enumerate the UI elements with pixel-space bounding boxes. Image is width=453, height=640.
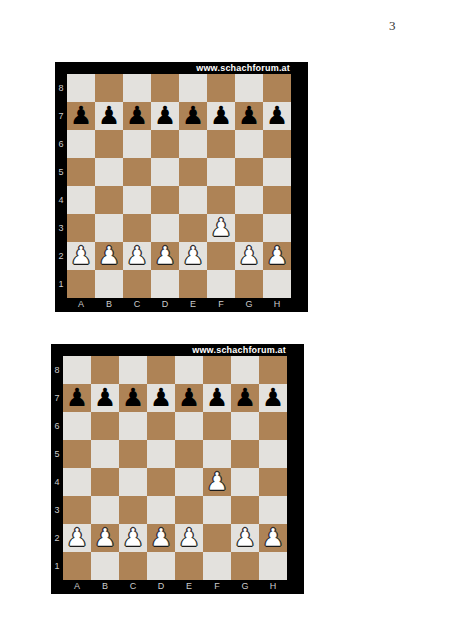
square-h8: [263, 74, 291, 102]
square-e1: [179, 270, 207, 298]
white-pawn-b2: ♟: [94, 524, 116, 552]
white-pawn-e2: ♟: [182, 242, 204, 270]
file-labels: ABCDEFGH: [63, 580, 287, 594]
white-pawn-f4: ♟: [206, 468, 228, 496]
square-g7: ♟: [231, 384, 259, 412]
white-pawn-f3: ♟: [210, 214, 232, 242]
black-pawn-e7: ♟: [182, 102, 204, 130]
square-b5: [95, 158, 123, 186]
square-a3: [63, 496, 91, 524]
square-c3: [119, 496, 147, 524]
white-pawn-d2: ♟: [150, 524, 172, 552]
square-f7: ♟: [207, 102, 235, 130]
file-label-g: G: [235, 298, 263, 312]
square-e3: [175, 496, 203, 524]
file-label-b: B: [95, 298, 123, 312]
square-f8: [203, 356, 231, 384]
square-d2: ♟: [151, 242, 179, 270]
square-g3: [235, 214, 263, 242]
file-label-c: C: [123, 298, 151, 312]
square-f8: [207, 74, 235, 102]
square-d5: [151, 158, 179, 186]
rank-label-5: 5: [55, 158, 67, 186]
square-f4: ♟: [203, 468, 231, 496]
square-b1: [91, 552, 119, 580]
square-b2: ♟: [95, 242, 123, 270]
square-a2: ♟: [63, 524, 91, 552]
square-a4: [63, 468, 91, 496]
square-h1: [259, 552, 287, 580]
square-f5: [207, 158, 235, 186]
square-e5: [175, 440, 203, 468]
rank-label-1: 1: [55, 270, 67, 298]
square-c1: [123, 270, 151, 298]
file-label-a: A: [67, 298, 95, 312]
black-pawn-g7: ♟: [234, 384, 256, 412]
square-b7: ♟: [91, 384, 119, 412]
square-b5: [91, 440, 119, 468]
square-h7: ♟: [259, 384, 287, 412]
rank-label-8: 8: [55, 74, 67, 102]
square-f1: [203, 552, 231, 580]
square-e4: [179, 186, 207, 214]
square-b1: [95, 270, 123, 298]
square-d4: [147, 468, 175, 496]
square-f6: [207, 130, 235, 158]
square-d7: ♟: [151, 102, 179, 130]
black-pawn-h7: ♟: [266, 102, 288, 130]
square-e8: [179, 74, 207, 102]
page-number: 3: [389, 18, 396, 34]
square-d1: [147, 552, 175, 580]
square-a1: [67, 270, 95, 298]
square-c4: [123, 186, 151, 214]
black-pawn-d7: ♟: [150, 384, 172, 412]
rank-label-4: 4: [51, 468, 63, 496]
black-pawn-a7: ♟: [70, 102, 92, 130]
white-pawn-h2: ♟: [262, 524, 284, 552]
square-h5: [259, 440, 287, 468]
file-label-a: A: [63, 580, 91, 594]
square-h6: [259, 412, 287, 440]
square-h6: [263, 130, 291, 158]
rank-label-5: 5: [51, 440, 63, 468]
square-g1: [231, 552, 259, 580]
rank-label-1: 1: [51, 552, 63, 580]
square-f3: ♟: [207, 214, 235, 242]
file-labels: ABCDEFGH: [67, 298, 291, 312]
square-g6: [231, 412, 259, 440]
square-d4: [151, 186, 179, 214]
square-d7: ♟: [147, 384, 175, 412]
white-pawn-g2: ♟: [238, 242, 260, 270]
square-h3: [263, 214, 291, 242]
square-e1: [175, 552, 203, 580]
square-f6: [203, 412, 231, 440]
square-b6: [95, 130, 123, 158]
square-d8: [151, 74, 179, 102]
chess-board-diagram-1: www.schachforum.at 87654321 ♟♟♟♟♟♟♟♟♟♟♟♟…: [55, 62, 308, 312]
file-label-h: H: [259, 580, 287, 594]
square-d2: ♟: [147, 524, 175, 552]
square-a5: [67, 158, 95, 186]
square-e2: ♟: [179, 242, 207, 270]
rank-label-6: 6: [55, 130, 67, 158]
file-label-f: F: [203, 580, 231, 594]
square-b7: ♟: [95, 102, 123, 130]
square-f1: [207, 270, 235, 298]
square-d3: [147, 496, 175, 524]
square-b2: ♟: [91, 524, 119, 552]
black-pawn-h7: ♟: [262, 384, 284, 412]
rank-labels: 87654321: [55, 74, 67, 298]
square-b8: [91, 356, 119, 384]
square-a2: ♟: [67, 242, 95, 270]
square-b6: [91, 412, 119, 440]
black-pawn-e7: ♟: [178, 384, 200, 412]
square-h3: [259, 496, 287, 524]
rank-label-2: 2: [55, 242, 67, 270]
square-d6: [147, 412, 175, 440]
square-g5: [235, 158, 263, 186]
white-pawn-e2: ♟: [178, 524, 200, 552]
square-a6: [63, 412, 91, 440]
square-a4: [67, 186, 95, 214]
square-c6: [123, 130, 151, 158]
black-pawn-a7: ♟: [66, 384, 88, 412]
square-f4: [207, 186, 235, 214]
square-b8: [95, 74, 123, 102]
square-g8: [235, 74, 263, 102]
file-label-d: D: [147, 580, 175, 594]
square-h5: [263, 158, 291, 186]
rank-label-7: 7: [51, 384, 63, 412]
square-d3: [151, 214, 179, 242]
document-page: 3 www.schachforum.at 87654321 ♟♟♟♟♟♟♟♟♟♟…: [0, 0, 453, 640]
square-g2: ♟: [235, 242, 263, 270]
rank-label-7: 7: [55, 102, 67, 130]
square-e6: [175, 412, 203, 440]
rank-label-2: 2: [51, 524, 63, 552]
square-b4: [95, 186, 123, 214]
black-pawn-d7: ♟: [154, 102, 176, 130]
square-h7: ♟: [263, 102, 291, 130]
square-e8: [175, 356, 203, 384]
square-e6: [179, 130, 207, 158]
square-h4: [263, 186, 291, 214]
white-pawn-c2: ♟: [126, 242, 148, 270]
square-d8: [147, 356, 175, 384]
black-pawn-b7: ♟: [94, 384, 116, 412]
square-e7: ♟: [179, 102, 207, 130]
square-g2: ♟: [231, 524, 259, 552]
square-c5: [123, 158, 151, 186]
rank-label-8: 8: [51, 356, 63, 384]
square-c7: ♟: [119, 384, 147, 412]
chess-board-diagram-2: www.schachforum.at 87654321 ♟♟♟♟♟♟♟♟♟♟♟♟…: [51, 344, 304, 594]
file-label-e: E: [179, 298, 207, 312]
square-a6: [67, 130, 95, 158]
black-pawn-g7: ♟: [238, 102, 260, 130]
white-pawn-g2: ♟: [234, 524, 256, 552]
square-c8: [123, 74, 151, 102]
square-a8: [67, 74, 95, 102]
square-c3: [123, 214, 151, 242]
square-c2: ♟: [119, 524, 147, 552]
square-f3: [203, 496, 231, 524]
square-b4: [91, 468, 119, 496]
square-c8: [119, 356, 147, 384]
black-pawn-f7: ♟: [210, 102, 232, 130]
square-d1: [151, 270, 179, 298]
file-label-d: D: [151, 298, 179, 312]
square-f2: [203, 524, 231, 552]
white-pawn-a2: ♟: [66, 524, 88, 552]
watermark-text: www.schachforum.at: [51, 344, 304, 356]
white-pawn-d2: ♟: [154, 242, 176, 270]
black-pawn-c7: ♟: [122, 384, 144, 412]
board-squares: ♟♟♟♟♟♟♟♟♟♟♟♟♟♟♟♟: [63, 356, 287, 580]
square-b3: [91, 496, 119, 524]
square-g4: [235, 186, 263, 214]
file-label-f: F: [207, 298, 235, 312]
white-pawn-c2: ♟: [122, 524, 144, 552]
square-h2: ♟: [263, 242, 291, 270]
square-c1: [119, 552, 147, 580]
square-h4: [259, 468, 287, 496]
square-f2: [207, 242, 235, 270]
square-d5: [147, 440, 175, 468]
rank-label-3: 3: [51, 496, 63, 524]
square-f7: ♟: [203, 384, 231, 412]
black-pawn-b7: ♟: [98, 102, 120, 130]
file-label-h: H: [263, 298, 291, 312]
square-e5: [179, 158, 207, 186]
square-h8: [259, 356, 287, 384]
square-c5: [119, 440, 147, 468]
black-pawn-f7: ♟: [206, 384, 228, 412]
rank-labels: 87654321: [51, 356, 63, 580]
square-g8: [231, 356, 259, 384]
square-g7: ♟: [235, 102, 263, 130]
square-e3: [179, 214, 207, 242]
watermark-text: www.schachforum.at: [55, 62, 308, 74]
square-a8: [63, 356, 91, 384]
square-a7: ♟: [67, 102, 95, 130]
black-pawn-c7: ♟: [126, 102, 148, 130]
square-c6: [119, 412, 147, 440]
file-label-b: B: [91, 580, 119, 594]
square-e2: ♟: [175, 524, 203, 552]
square-a1: [63, 552, 91, 580]
file-label-g: G: [231, 580, 259, 594]
square-h1: [263, 270, 291, 298]
square-g5: [231, 440, 259, 468]
white-pawn-a2: ♟: [70, 242, 92, 270]
square-e7: ♟: [175, 384, 203, 412]
file-label-e: E: [175, 580, 203, 594]
rank-label-4: 4: [55, 186, 67, 214]
board-squares: ♟♟♟♟♟♟♟♟♟♟♟♟♟♟♟♟: [67, 74, 291, 298]
square-a5: [63, 440, 91, 468]
square-a3: [67, 214, 95, 242]
rank-label-3: 3: [55, 214, 67, 242]
square-c4: [119, 468, 147, 496]
square-a7: ♟: [63, 384, 91, 412]
square-f5: [203, 440, 231, 468]
square-g1: [235, 270, 263, 298]
square-e4: [175, 468, 203, 496]
file-label-c: C: [119, 580, 147, 594]
square-g4: [231, 468, 259, 496]
square-b3: [95, 214, 123, 242]
white-pawn-h2: ♟: [266, 242, 288, 270]
white-pawn-b2: ♟: [98, 242, 120, 270]
square-c7: ♟: [123, 102, 151, 130]
square-g3: [231, 496, 259, 524]
square-d6: [151, 130, 179, 158]
square-c2: ♟: [123, 242, 151, 270]
square-h2: ♟: [259, 524, 287, 552]
square-g6: [235, 130, 263, 158]
rank-label-6: 6: [51, 412, 63, 440]
